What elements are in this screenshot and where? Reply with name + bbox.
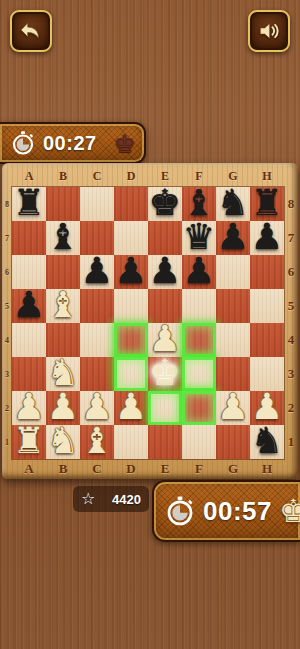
square-b7[interactable]: ♝ <box>46 221 80 255</box>
piece-black-pawn-e6[interactable]: ♟ <box>149 253 181 289</box>
square-c6[interactable]: ♟ <box>80 255 114 289</box>
piece-black-pawn-c6[interactable]: ♟ <box>81 253 113 289</box>
square-c1[interactable]: ♝ <box>80 425 114 459</box>
square-h4[interactable] <box>250 323 284 357</box>
rank-label-7: 7 <box>2 234 12 243</box>
square-g4[interactable] <box>216 323 250 357</box>
piece-white-pawn-d2[interactable]: ♟ <box>115 389 147 425</box>
square-h6[interactable] <box>250 255 284 289</box>
square-d8[interactable] <box>114 187 148 221</box>
square-f3[interactable] <box>182 357 216 391</box>
rank-label-6: 6 <box>2 268 12 277</box>
square-e1[interactable] <box>148 425 182 459</box>
square-a7[interactable] <box>12 221 46 255</box>
rank-label-2: 2 <box>2 404 12 413</box>
opponent-time: 00:27 <box>43 132 97 155</box>
square-d1[interactable] <box>114 425 148 459</box>
file-label-d: D <box>114 461 148 477</box>
rank-label-2: 2 <box>284 400 298 416</box>
square-f6[interactable]: ♟ <box>182 255 216 289</box>
square-g2[interactable]: ♟ <box>216 391 250 425</box>
stopwatch-icon <box>10 130 36 156</box>
opponent-clock-panel: 00:27 ♚ <box>0 122 146 164</box>
rank-labels-left: 87654321 <box>2 187 12 459</box>
square-g5[interactable] <box>216 289 250 323</box>
square-f2[interactable] <box>182 391 216 425</box>
file-label-g: G <box>216 461 250 477</box>
rank-label-3: 3 <box>284 366 298 382</box>
file-label-f: F <box>182 461 216 477</box>
file-label-b: B <box>46 461 80 477</box>
rank-label-1: 1 <box>284 434 298 450</box>
square-a5[interactable]: ♟ <box>12 289 46 323</box>
square-c4[interactable] <box>80 323 114 357</box>
rank-label-4: 4 <box>284 332 298 348</box>
piece-white-pawn-g2[interactable]: ♟ <box>217 389 249 425</box>
chess-board: ABCDEFGH 87654321 ♜♚♝♞♜♝♛♟♟♟♟♟♟♟♝♟♞♚♟♟♟♟… <box>2 163 298 479</box>
piece-black-rook-a8[interactable]: ♜ <box>13 185 45 221</box>
rank-label-5: 5 <box>284 298 298 314</box>
square-b5[interactable]: ♝ <box>46 289 80 323</box>
file-label-c: C <box>80 169 114 187</box>
rank-label-8: 8 <box>2 200 12 209</box>
piece-white-king-e3[interactable]: ♚ <box>149 355 181 391</box>
square-g1[interactable] <box>216 425 250 459</box>
piece-black-pawn-d6[interactable]: ♟ <box>115 253 147 289</box>
file-labels-bottom: ABCDEFGH <box>12 459 284 479</box>
score-value: 4420 <box>112 492 141 507</box>
square-g6[interactable] <box>216 255 250 289</box>
square-d5[interactable] <box>114 289 148 323</box>
square-e6[interactable]: ♟ <box>148 255 182 289</box>
square-c8[interactable] <box>80 187 114 221</box>
square-e2[interactable] <box>148 391 182 425</box>
square-h1[interactable]: ♞ <box>250 425 284 459</box>
square-g7[interactable]: ♟ <box>216 221 250 255</box>
piece-white-rook-a1[interactable]: ♜ <box>13 423 45 459</box>
square-e3[interactable]: ♚ <box>148 357 182 391</box>
square-a8[interactable]: ♜ <box>12 187 46 221</box>
speaker-icon <box>256 18 282 44</box>
piece-black-king-e8[interactable]: ♚ <box>149 185 181 221</box>
rank-label-4: 4 <box>2 336 12 345</box>
square-a1[interactable]: ♜ <box>12 425 46 459</box>
square-f4[interactable] <box>182 323 216 357</box>
piece-black-knight-h1[interactable]: ♞ <box>251 423 283 459</box>
square-d6[interactable]: ♟ <box>114 255 148 289</box>
piece-white-knight-b1[interactable]: ♞ <box>47 423 79 459</box>
piece-black-pawn-a5[interactable]: ♟ <box>13 287 45 323</box>
file-label-a: A <box>12 461 46 477</box>
back-button[interactable] <box>10 10 52 52</box>
player-clock-panel: 00:57 ♚ <box>152 480 300 542</box>
square-d2[interactable]: ♟ <box>114 391 148 425</box>
rank-label-1: 1 <box>2 438 12 447</box>
chess-app-screen: 00:27 ♚ ABCDEFGH 87654321 ♜♚♝♞♜♝♛♟♟♟♟♟♟♟… <box>0 0 300 649</box>
rank-label-5: 5 <box>2 302 12 311</box>
rank-labels-right: 87654321 <box>284 187 298 459</box>
square-f1[interactable] <box>182 425 216 459</box>
piece-black-pawn-g7[interactable]: ♟ <box>217 219 249 255</box>
square-h7[interactable]: ♟ <box>250 221 284 255</box>
piece-white-bishop-b5[interactable]: ♝ <box>47 287 79 323</box>
square-d4[interactable] <box>114 323 148 357</box>
file-label-h: H <box>250 461 284 477</box>
stopwatch-icon <box>164 495 196 527</box>
sound-button[interactable] <box>248 10 290 52</box>
piece-black-bishop-b7[interactable]: ♝ <box>47 219 79 255</box>
square-f5[interactable] <box>182 289 216 323</box>
white-king-icon: ♚ <box>279 495 300 527</box>
black-king-icon: ♚ <box>114 131 136 156</box>
file-label-b: B <box>46 169 80 187</box>
file-label-c: C <box>80 461 114 477</box>
rank-label-3: 3 <box>2 370 12 379</box>
score-badge: ☆ 4420 <box>73 486 149 512</box>
rank-label-7: 7 <box>284 230 298 246</box>
file-label-d: D <box>114 169 148 187</box>
piece-black-pawn-f6[interactable]: ♟ <box>183 253 215 289</box>
file-label-e: E <box>148 461 182 477</box>
square-h5[interactable] <box>250 289 284 323</box>
undo-arrow-icon <box>18 18 44 44</box>
rank-label-8: 8 <box>284 196 298 212</box>
piece-black-pawn-h7[interactable]: ♟ <box>251 219 283 255</box>
square-b1[interactable]: ♞ <box>46 425 80 459</box>
player-time: 00:57 <box>203 496 272 527</box>
square-a4[interactable] <box>12 323 46 357</box>
board-squares: ♜♚♝♞♜♝♛♟♟♟♟♟♟♟♝♟♞♚♟♟♟♟♟♟♜♞♝♞ <box>12 187 284 459</box>
rank-label-6: 6 <box>284 264 298 280</box>
star-icon: ☆ <box>81 491 95 507</box>
square-c5[interactable] <box>80 289 114 323</box>
square-e8[interactable]: ♚ <box>148 187 182 221</box>
piece-white-bishop-c1[interactable]: ♝ <box>81 423 113 459</box>
